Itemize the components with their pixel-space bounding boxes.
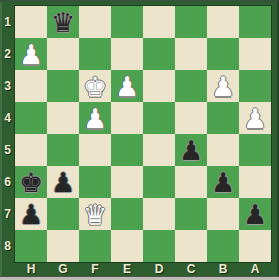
square-e3[interactable]: ♟ xyxy=(111,70,143,102)
square-e1[interactable] xyxy=(111,6,143,38)
file-label-c: C xyxy=(175,261,207,276)
white-queen-icon[interactable]: ♛ xyxy=(79,198,111,230)
file-label-g: G xyxy=(47,261,79,276)
file-label-e: E xyxy=(111,261,143,276)
white-pawn-icon[interactable]: ♟ xyxy=(15,38,47,70)
black-king-icon[interactable]: ♚ xyxy=(15,166,47,198)
square-e7[interactable] xyxy=(111,198,143,230)
rank-label-1: 1 xyxy=(0,6,15,38)
square-g5[interactable] xyxy=(47,134,79,166)
file-label-a: A xyxy=(239,261,271,276)
white-pawn-icon[interactable]: ♟ xyxy=(111,70,143,102)
square-c6[interactable] xyxy=(175,166,207,198)
rank-labels: 12345678 xyxy=(0,6,15,262)
square-g4[interactable] xyxy=(47,102,79,134)
square-f8[interactable] xyxy=(79,230,111,262)
square-c1[interactable] xyxy=(175,6,207,38)
square-d1[interactable] xyxy=(143,6,175,38)
square-e4[interactable] xyxy=(111,102,143,134)
rank-label-3: 3 xyxy=(0,70,15,102)
white-pawn-icon[interactable]: ♟ xyxy=(239,102,271,134)
chess-board[interactable]: ♛♟♚♟♟♟♟♟♚♟♟♟♛♟ xyxy=(15,6,271,262)
square-a8[interactable] xyxy=(239,230,271,262)
square-g7[interactable] xyxy=(47,198,79,230)
square-h7[interactable]: ♟ xyxy=(15,198,47,230)
square-b8[interactable] xyxy=(207,230,239,262)
black-pawn-icon[interactable]: ♟ xyxy=(207,166,239,198)
white-pawn-icon[interactable]: ♟ xyxy=(207,70,239,102)
square-c8[interactable] xyxy=(175,230,207,262)
square-c3[interactable] xyxy=(175,70,207,102)
square-f4[interactable]: ♟ xyxy=(79,102,111,134)
square-h3[interactable] xyxy=(15,70,47,102)
square-b2[interactable] xyxy=(207,38,239,70)
black-pawn-icon[interactable]: ♟ xyxy=(175,134,207,166)
square-f6[interactable] xyxy=(79,166,111,198)
square-f3[interactable]: ♚ xyxy=(79,70,111,102)
rank-label-6: 6 xyxy=(0,166,15,198)
square-d3[interactable] xyxy=(143,70,175,102)
square-d8[interactable] xyxy=(143,230,175,262)
rank-label-7: 7 xyxy=(0,198,15,230)
square-g8[interactable] xyxy=(47,230,79,262)
square-a1[interactable] xyxy=(239,6,271,38)
white-king-icon[interactable]: ♚ xyxy=(79,70,111,102)
square-d4[interactable] xyxy=(143,102,175,134)
rank-label-2: 2 xyxy=(0,38,15,70)
square-a7[interactable]: ♟ xyxy=(239,198,271,230)
square-c5[interactable]: ♟ xyxy=(175,134,207,166)
square-d6[interactable] xyxy=(143,166,175,198)
square-a3[interactable] xyxy=(239,70,271,102)
white-pawn-icon[interactable]: ♟ xyxy=(79,102,111,134)
rank-label-5: 5 xyxy=(0,134,15,166)
square-g3[interactable] xyxy=(47,70,79,102)
square-b1[interactable] xyxy=(207,6,239,38)
square-g1[interactable]: ♛ xyxy=(47,6,79,38)
file-label-f: F xyxy=(79,261,111,276)
square-a2[interactable] xyxy=(239,38,271,70)
square-d2[interactable] xyxy=(143,38,175,70)
square-b6[interactable]: ♟ xyxy=(207,166,239,198)
square-g6[interactable]: ♟ xyxy=(47,166,79,198)
square-e2[interactable] xyxy=(111,38,143,70)
square-f5[interactable] xyxy=(79,134,111,166)
file-label-b: B xyxy=(207,261,239,276)
rank-label-4: 4 xyxy=(0,102,15,134)
square-h1[interactable] xyxy=(15,6,47,38)
black-pawn-icon[interactable]: ♟ xyxy=(47,166,79,198)
square-b7[interactable] xyxy=(207,198,239,230)
square-h4[interactable] xyxy=(15,102,47,134)
square-d7[interactable] xyxy=(143,198,175,230)
square-b3[interactable]: ♟ xyxy=(207,70,239,102)
file-label-d: D xyxy=(143,261,175,276)
square-c7[interactable] xyxy=(175,198,207,230)
square-h6[interactable]: ♚ xyxy=(15,166,47,198)
square-e5[interactable] xyxy=(111,134,143,166)
square-f1[interactable] xyxy=(79,6,111,38)
square-g2[interactable] xyxy=(47,38,79,70)
square-a6[interactable] xyxy=(239,166,271,198)
file-label-h: H xyxy=(15,261,47,276)
rank-label-8: 8 xyxy=(0,230,15,262)
square-d5[interactable] xyxy=(143,134,175,166)
black-queen-icon[interactable]: ♛ xyxy=(47,6,79,38)
square-e6[interactable] xyxy=(111,166,143,198)
square-a5[interactable] xyxy=(239,134,271,166)
square-f2[interactable] xyxy=(79,38,111,70)
square-h2[interactable]: ♟ xyxy=(15,38,47,70)
square-c4[interactable] xyxy=(175,102,207,134)
chess-diagram: 12345678 ♛♟♚♟♟♟♟♟♚♟♟♟♛♟ HGFEDCBA xyxy=(0,0,279,280)
square-a4[interactable]: ♟ xyxy=(239,102,271,134)
black-pawn-icon[interactable]: ♟ xyxy=(15,198,47,230)
bottom-edge xyxy=(0,276,279,280)
square-f7[interactable]: ♛ xyxy=(79,198,111,230)
black-pawn-icon[interactable]: ♟ xyxy=(239,198,271,230)
square-b5[interactable] xyxy=(207,134,239,166)
file-labels: HGFEDCBA xyxy=(15,261,271,276)
square-h5[interactable] xyxy=(15,134,47,166)
square-b4[interactable] xyxy=(207,102,239,134)
square-e8[interactable] xyxy=(111,230,143,262)
square-c2[interactable] xyxy=(175,38,207,70)
square-h8[interactable] xyxy=(15,230,47,262)
